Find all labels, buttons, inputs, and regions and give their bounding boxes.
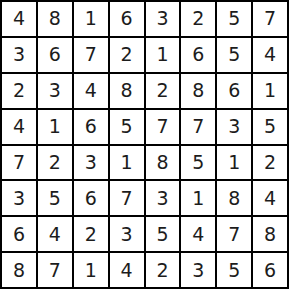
grid-cell-r3c3[interactable]: 4 [74,74,108,108]
grid-cell-r8c7[interactable]: 5 [217,253,251,287]
grid-cell-r4c6[interactable]: 7 [181,110,215,144]
grid-cell-r2c3[interactable]: 7 [74,38,108,72]
grid-cell-r2c5[interactable]: 1 [146,38,180,72]
grid-cell-r6c7[interactable]: 8 [217,181,251,215]
grid-cell-r5c5[interactable]: 8 [146,146,180,180]
grid-cell-r8c5[interactable]: 2 [146,253,180,287]
grid-cell-r6c4[interactable]: 7 [110,181,144,215]
grid-cell-r7c8[interactable]: 8 [253,217,287,251]
grid-cell-r3c4[interactable]: 8 [110,74,144,108]
grid-cell-r8c6[interactable]: 3 [181,253,215,287]
grid-cell-r2c4[interactable]: 2 [110,38,144,72]
grid-cell-r7c2[interactable]: 4 [38,217,72,251]
grid-cell-r4c7[interactable]: 3 [217,110,251,144]
grid-cell-r8c8[interactable]: 6 [253,253,287,287]
grid-cell-r2c8[interactable]: 4 [253,38,287,72]
grid-cell-r6c6[interactable]: 1 [181,181,215,215]
grid-cell-r2c1[interactable]: 3 [2,38,36,72]
grid-cell-r7c6[interactable]: 4 [181,217,215,251]
puzzle-screenshot: 4816325736721654234828614165773572318512… [0,0,289,289]
grid-cell-r3c6[interactable]: 8 [181,74,215,108]
grid-cell-r1c6[interactable]: 2 [181,2,215,36]
grid-cell-r4c3[interactable]: 6 [74,110,108,144]
grid-cell-r3c8[interactable]: 1 [253,74,287,108]
grid-cell-r8c2[interactable]: 7 [38,253,72,287]
grid-cell-r4c5[interactable]: 7 [146,110,180,144]
grid-cell-r1c4[interactable]: 6 [110,2,144,36]
grid-cell-r7c5[interactable]: 5 [146,217,180,251]
grid-cell-r2c6[interactable]: 6 [181,38,215,72]
grid-cell-r6c8[interactable]: 4 [253,181,287,215]
grid-cell-r8c1[interactable]: 8 [2,253,36,287]
grid-cell-r1c7[interactable]: 5 [217,2,251,36]
grid-cell-r4c1[interactable]: 4 [2,110,36,144]
grid-cell-r3c7[interactable]: 6 [217,74,251,108]
grid-cell-r7c7[interactable]: 7 [217,217,251,251]
grid-cell-r8c4[interactable]: 4 [110,253,144,287]
grid-cell-r3c2[interactable]: 3 [38,74,72,108]
grid-cell-r5c2[interactable]: 2 [38,146,72,180]
grid-cell-r4c8[interactable]: 5 [253,110,287,144]
grid-cell-r5c1[interactable]: 7 [2,146,36,180]
grid-cell-r5c8[interactable]: 2 [253,146,287,180]
grid-cell-r6c1[interactable]: 3 [2,181,36,215]
grid-cell-r5c3[interactable]: 3 [74,146,108,180]
hitori-board: 4816325736721654234828614165773572318512… [0,0,289,289]
grid-cell-r1c5[interactable]: 3 [146,2,180,36]
grid-cell-r8c3[interactable]: 1 [74,253,108,287]
grid-cell-r4c4[interactable]: 5 [110,110,144,144]
grid-cell-r1c1[interactable]: 4 [2,2,36,36]
grid-cell-r2c7[interactable]: 5 [217,38,251,72]
grid-cell-r1c2[interactable]: 8 [38,2,72,36]
grid-cell-r7c1[interactable]: 6 [2,217,36,251]
grid-cell-r5c4[interactable]: 1 [110,146,144,180]
grid-cell-r4c2[interactable]: 1 [38,110,72,144]
grid-cell-r5c6[interactable]: 5 [181,146,215,180]
grid-cell-r6c3[interactable]: 6 [74,181,108,215]
grid-cell-r6c2[interactable]: 5 [38,181,72,215]
grid-cell-r3c1[interactable]: 2 [2,74,36,108]
grid-cell-r3c5[interactable]: 2 [146,74,180,108]
grid-cell-r1c3[interactable]: 1 [74,2,108,36]
grid-cell-r2c2[interactable]: 6 [38,38,72,72]
grid-cell-r7c3[interactable]: 2 [74,217,108,251]
grid-cell-r5c7[interactable]: 1 [217,146,251,180]
grid-cell-r6c5[interactable]: 3 [146,181,180,215]
grid-cell-r7c4[interactable]: 3 [110,217,144,251]
grid-cell-r1c8[interactable]: 7 [253,2,287,36]
